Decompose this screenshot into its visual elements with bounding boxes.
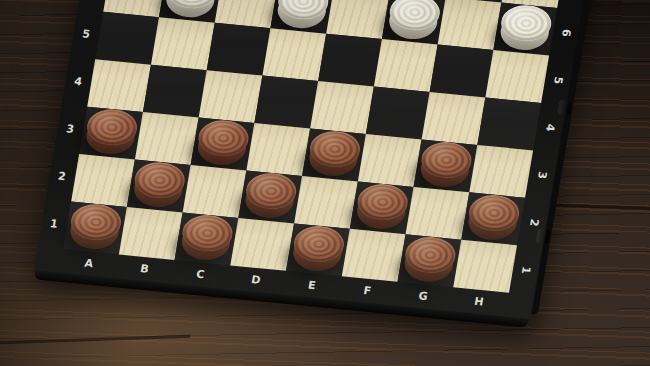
square-B3[interactable]: [135, 112, 199, 165]
file-label-E: E: [307, 279, 317, 293]
square-A2[interactable]: [71, 154, 135, 207]
square-F6[interactable]: [382, 0, 446, 45]
rank-label-left-5: 5: [81, 27, 91, 41]
piece-brown-C3[interactable]: [194, 118, 251, 168]
square-E5[interactable]: [318, 34, 382, 87]
rank-label-left-2: 2: [57, 170, 67, 184]
square-F4[interactable]: [366, 87, 430, 140]
square-H3[interactable]: [469, 145, 533, 198]
piece-brown-D2[interactable]: [242, 171, 299, 221]
piece-brown-E1[interactable]: [289, 224, 346, 274]
rank-label-right-6: 6: [559, 28, 573, 37]
rank-label-right-1: 1: [519, 266, 533, 275]
square-H2[interactable]: [461, 192, 525, 245]
square-G2[interactable]: [406, 187, 470, 240]
square-B5[interactable]: [151, 17, 215, 70]
square-C3[interactable]: [191, 118, 255, 171]
file-label-D: D: [250, 273, 262, 287]
rank-label-right-4: 4: [543, 123, 557, 132]
square-C5[interactable]: [207, 23, 271, 76]
file-label-G: G: [418, 289, 430, 303]
piece-brown-G3[interactable]: [417, 140, 474, 190]
square-C4[interactable]: [199, 70, 263, 123]
square-C1[interactable]: [175, 212, 239, 265]
square-H5[interactable]: [485, 50, 549, 103]
square-E3[interactable]: [302, 129, 366, 182]
rank-label-right-2: 2: [527, 218, 541, 227]
rank-label-right-3: 3: [535, 171, 549, 180]
square-G5[interactable]: [430, 45, 494, 98]
square-G3[interactable]: [414, 139, 478, 192]
file-label-B: B: [139, 262, 150, 276]
scene: { "game": { "name": "Checkers (Draughts)…: [0, 0, 650, 366]
piece-brown-C1[interactable]: [178, 213, 235, 263]
rank-label-left-4: 4: [73, 75, 83, 89]
piece-brown-G1[interactable]: [401, 235, 458, 285]
square-H1[interactable]: [453, 240, 517, 293]
piece-brown-E3[interactable]: [305, 129, 362, 179]
piece-white-D6[interactable]: [274, 0, 331, 31]
square-H4[interactable]: [477, 97, 541, 150]
square-C2[interactable]: [183, 165, 247, 218]
square-E6[interactable]: [326, 0, 390, 39]
file-label-C: C: [195, 268, 206, 282]
file-label-H: H: [473, 295, 485, 309]
square-D5[interactable]: [262, 28, 326, 81]
square-A5[interactable]: [95, 12, 159, 65]
piece-white-H6[interactable]: [497, 3, 554, 53]
square-F2[interactable]: [350, 181, 414, 234]
square-B2[interactable]: [127, 160, 191, 213]
square-A3[interactable]: [79, 107, 143, 160]
square-E4[interactable]: [310, 81, 374, 134]
piece-brown-H2[interactable]: [465, 193, 522, 243]
board-latch: [557, 100, 571, 116]
rank-label-right-5: 5: [551, 76, 565, 85]
square-F3[interactable]: [358, 134, 422, 187]
square-D3[interactable]: [246, 123, 310, 176]
square-H6[interactable]: [493, 3, 557, 56]
square-F1[interactable]: [342, 229, 406, 282]
rank-label-left-3: 3: [65, 122, 75, 136]
piece-brown-A1[interactable]: [66, 202, 123, 252]
square-A4[interactable]: [87, 59, 151, 112]
square-D1[interactable]: [230, 218, 294, 271]
square-A1[interactable]: [63, 202, 127, 255]
square-D2[interactable]: [238, 170, 302, 223]
piece-brown-B2[interactable]: [130, 160, 187, 210]
square-B4[interactable]: [143, 65, 207, 118]
square-G1[interactable]: [398, 234, 462, 287]
square-D4[interactable]: [254, 76, 318, 129]
rank-label-left-1: 1: [49, 217, 59, 231]
square-B1[interactable]: [119, 207, 183, 260]
square-G6[interactable]: [438, 0, 502, 50]
square-E1[interactable]: [286, 223, 350, 276]
board-latch: [536, 228, 550, 244]
checkers-board: ABCDEFGH12345123456: [33, 0, 603, 320]
board-grid: [63, 0, 573, 293]
square-F5[interactable]: [374, 39, 438, 92]
piece-brown-F2[interactable]: [353, 182, 410, 232]
file-label-F: F: [363, 284, 373, 298]
square-E2[interactable]: [294, 176, 358, 229]
table-plank-seam: [0, 335, 190, 345]
piece-brown-A3[interactable]: [82, 107, 139, 157]
piece-white-F6[interactable]: [385, 0, 442, 42]
file-label-A: A: [83, 257, 94, 271]
square-G4[interactable]: [422, 92, 486, 145]
